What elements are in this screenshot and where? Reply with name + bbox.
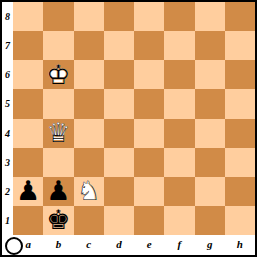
rank-label-3: 3 bbox=[2, 148, 13, 177]
square-a7[interactable] bbox=[13, 31, 43, 60]
square-h5[interactable] bbox=[225, 89, 255, 118]
rank-label-5: 5 bbox=[2, 89, 13, 118]
square-g6[interactable] bbox=[195, 60, 225, 89]
square-a3[interactable] bbox=[13, 148, 43, 177]
square-a8[interactable] bbox=[13, 2, 43, 31]
file-label-e: e bbox=[134, 235, 164, 255]
square-c8[interactable] bbox=[74, 2, 104, 31]
square-h1[interactable] bbox=[225, 206, 255, 235]
square-c1[interactable] bbox=[74, 206, 104, 235]
square-b5[interactable] bbox=[43, 89, 73, 118]
white-king[interactable]: ♚♔ bbox=[43, 60, 73, 89]
square-f4[interactable] bbox=[164, 119, 194, 148]
square-d3[interactable] bbox=[104, 148, 134, 177]
file-label-c: c bbox=[74, 235, 104, 255]
white-knight[interactable]: ♞♘ bbox=[74, 177, 104, 206]
square-a5[interactable] bbox=[13, 89, 43, 118]
rank-label-4: 4 bbox=[2, 119, 13, 148]
square-e5[interactable] bbox=[134, 89, 164, 118]
rank-label-1: 1 bbox=[2, 206, 13, 235]
square-e2[interactable] bbox=[134, 177, 164, 206]
square-f5[interactable] bbox=[164, 89, 194, 118]
file-label-f: f bbox=[164, 235, 194, 255]
square-g4[interactable] bbox=[195, 119, 225, 148]
black-pawn[interactable]: ♟ bbox=[43, 177, 73, 206]
square-d2[interactable] bbox=[104, 177, 134, 206]
square-f6[interactable] bbox=[164, 60, 194, 89]
square-g2[interactable] bbox=[195, 177, 225, 206]
square-d6[interactable] bbox=[104, 60, 134, 89]
square-b2[interactable]: ♟ bbox=[43, 177, 73, 206]
black-king[interactable]: ♚ bbox=[43, 206, 73, 235]
square-a6[interactable] bbox=[13, 60, 43, 89]
square-c6[interactable] bbox=[74, 60, 104, 89]
square-e8[interactable] bbox=[134, 2, 164, 31]
square-d8[interactable] bbox=[104, 2, 134, 31]
chess-board[interactable]: ♚♔♛♕♟♟♞♘♚ bbox=[13, 2, 255, 235]
square-a2[interactable]: ♟ bbox=[13, 177, 43, 206]
square-d1[interactable] bbox=[104, 206, 134, 235]
square-b8[interactable] bbox=[43, 2, 73, 31]
square-f7[interactable] bbox=[164, 31, 194, 60]
rank-label-2: 2 bbox=[2, 177, 13, 206]
square-e1[interactable] bbox=[134, 206, 164, 235]
square-g7[interactable] bbox=[195, 31, 225, 60]
square-c7[interactable] bbox=[74, 31, 104, 60]
square-f8[interactable] bbox=[164, 2, 194, 31]
square-f3[interactable] bbox=[164, 148, 194, 177]
square-f2[interactable] bbox=[164, 177, 194, 206]
file-labels: abcdefgh bbox=[13, 235, 255, 255]
square-d5[interactable] bbox=[104, 89, 134, 118]
square-h7[interactable] bbox=[225, 31, 255, 60]
square-d4[interactable] bbox=[104, 119, 134, 148]
square-b1[interactable]: ♚ bbox=[43, 206, 73, 235]
square-a1[interactable] bbox=[13, 206, 43, 235]
square-b6[interactable]: ♚♔ bbox=[43, 60, 73, 89]
square-c2[interactable]: ♞♘ bbox=[74, 177, 104, 206]
square-h3[interactable] bbox=[225, 148, 255, 177]
square-h2[interactable] bbox=[225, 177, 255, 206]
square-f1[interactable] bbox=[164, 206, 194, 235]
square-g8[interactable] bbox=[195, 2, 225, 31]
rank-labels: 87654321 bbox=[2, 2, 13, 235]
rank-label-7: 7 bbox=[2, 31, 13, 60]
rank-label-8: 8 bbox=[2, 2, 13, 31]
square-h6[interactable] bbox=[225, 60, 255, 89]
square-g1[interactable] bbox=[195, 206, 225, 235]
square-c3[interactable] bbox=[74, 148, 104, 177]
chess-diagram: 87654321 ♚♔♛♕♟♟♞♘♚ abcdefgh bbox=[0, 0, 257, 257]
file-label-h: h bbox=[225, 235, 255, 255]
square-a4[interactable] bbox=[13, 119, 43, 148]
square-b4[interactable]: ♛♕ bbox=[43, 119, 73, 148]
white-queen[interactable]: ♛♕ bbox=[43, 119, 73, 148]
rank-label-6: 6 bbox=[2, 60, 13, 89]
square-e7[interactable] bbox=[134, 31, 164, 60]
square-e3[interactable] bbox=[134, 148, 164, 177]
file-label-d: d bbox=[104, 235, 134, 255]
square-c5[interactable] bbox=[74, 89, 104, 118]
file-label-b: b bbox=[43, 235, 73, 255]
square-e4[interactable] bbox=[134, 119, 164, 148]
square-b7[interactable] bbox=[43, 31, 73, 60]
square-g3[interactable] bbox=[195, 148, 225, 177]
square-h8[interactable] bbox=[225, 2, 255, 31]
white-to-move-indicator bbox=[5, 237, 23, 255]
square-b3[interactable] bbox=[43, 148, 73, 177]
square-h4[interactable] bbox=[225, 119, 255, 148]
square-c4[interactable] bbox=[74, 119, 104, 148]
black-pawn[interactable]: ♟ bbox=[13, 177, 43, 206]
square-d7[interactable] bbox=[104, 31, 134, 60]
square-e6[interactable] bbox=[134, 60, 164, 89]
square-g5[interactable] bbox=[195, 89, 225, 118]
file-label-g: g bbox=[195, 235, 225, 255]
